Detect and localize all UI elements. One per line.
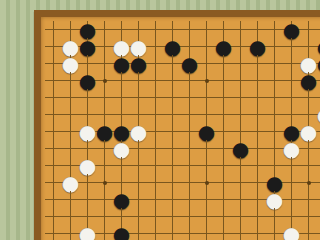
intersection-15-7[interactable]: ● bbox=[283, 123, 300, 140]
intersection-7-12[interactable] bbox=[147, 208, 164, 225]
intersection-2-8[interactable] bbox=[62, 140, 79, 157]
intersection-6-2[interactable]: ● bbox=[130, 38, 147, 55]
intersection-15-8[interactable]: ● bbox=[283, 140, 300, 157]
intersection-3-7[interactable]: ● bbox=[79, 123, 96, 140]
intersection-7-8[interactable] bbox=[147, 140, 164, 157]
intersection-8-13[interactable] bbox=[164, 225, 181, 240]
intersection-9-1[interactable] bbox=[181, 21, 198, 38]
intersection-7-9[interactable] bbox=[147, 157, 164, 174]
intersection-7-3[interactable] bbox=[147, 55, 164, 72]
intersection-14-5[interactable] bbox=[266, 89, 283, 106]
intersection-9-9[interactable] bbox=[181, 157, 198, 174]
intersection-3-9[interactable]: ● bbox=[79, 157, 96, 174]
intersection-8-7[interactable] bbox=[164, 123, 181, 140]
intersection-11-12[interactable] bbox=[215, 208, 232, 225]
intersection-4-13[interactable] bbox=[96, 225, 113, 240]
star-point bbox=[205, 79, 209, 83]
intersection-10-7[interactable]: ● bbox=[198, 123, 215, 140]
intersection-12-13[interactable] bbox=[232, 225, 249, 240]
intersection-1-8[interactable] bbox=[45, 140, 62, 157]
intersection-16-4[interactable]: ● bbox=[300, 72, 317, 89]
intersection-9-4[interactable] bbox=[181, 72, 198, 89]
white-stone: ● bbox=[300, 55, 317, 72]
intersection-4-10[interactable] bbox=[96, 174, 113, 191]
black-stone: ● bbox=[215, 38, 232, 55]
intersection-12-4[interactable] bbox=[232, 72, 249, 89]
intersection-13-2[interactable]: ● bbox=[249, 38, 266, 55]
star-point bbox=[103, 181, 107, 185]
intersection-5-13[interactable]: ● bbox=[113, 225, 130, 240]
intersection-14-11[interactable]: ● bbox=[266, 191, 283, 208]
intersection-14-6[interactable] bbox=[266, 106, 283, 123]
black-stone: ● bbox=[181, 55, 198, 72]
white-stone: ● bbox=[79, 157, 96, 174]
intersection-8-3[interactable] bbox=[164, 55, 181, 72]
intersection-5-7[interactable]: ● bbox=[113, 123, 130, 140]
intersection-13-9[interactable] bbox=[249, 157, 266, 174]
intersection-7-5[interactable] bbox=[147, 89, 164, 106]
intersection-6-13[interactable] bbox=[130, 225, 147, 240]
intersection-9-12[interactable] bbox=[181, 208, 198, 225]
intersection-2-6[interactable] bbox=[62, 106, 79, 123]
intersection-5-3[interactable]: ● bbox=[113, 55, 130, 72]
intersection-2-1[interactable] bbox=[62, 21, 79, 38]
intersection-9-2[interactable] bbox=[181, 38, 198, 55]
intersection-7-11[interactable] bbox=[147, 191, 164, 208]
intersection-16-3[interactable]: ● bbox=[300, 55, 317, 72]
intersection-12-5[interactable] bbox=[232, 89, 249, 106]
white-stone: ● bbox=[130, 123, 147, 140]
intersection-14-9[interactable] bbox=[266, 157, 283, 174]
intersection-11-8[interactable] bbox=[215, 140, 232, 157]
intersection-4-9[interactable] bbox=[96, 157, 113, 174]
intersection-5-12[interactable] bbox=[113, 208, 130, 225]
intersection-9-3[interactable]: ● bbox=[181, 55, 198, 72]
intersection-11-13[interactable] bbox=[215, 225, 232, 240]
intersection-16-5[interactable] bbox=[300, 89, 317, 106]
intersection-1-6[interactable] bbox=[45, 106, 62, 123]
black-stone: ● bbox=[130, 55, 147, 72]
intersection-10-2[interactable] bbox=[198, 38, 215, 55]
intersection-11-1[interactable] bbox=[215, 21, 232, 38]
intersection-1-4[interactable] bbox=[45, 72, 62, 89]
star-point bbox=[307, 181, 311, 185]
intersection-14-13[interactable] bbox=[266, 225, 283, 240]
intersection-12-10[interactable] bbox=[232, 174, 249, 191]
intersection-13-11[interactable] bbox=[249, 191, 266, 208]
intersection-1-11[interactable] bbox=[45, 191, 62, 208]
intersection-1-9[interactable] bbox=[45, 157, 62, 174]
intersection-11-9[interactable] bbox=[215, 157, 232, 174]
intersection-6-12[interactable] bbox=[130, 208, 147, 225]
black-stone: ● bbox=[96, 123, 113, 140]
intersection-1-13[interactable] bbox=[45, 225, 62, 240]
intersection-10-4[interactable] bbox=[198, 72, 215, 89]
go-board: ●●●●●●●●●●●●●●●●●●●●●●●●●●●●●●●●●●●●●●●●… bbox=[34, 10, 320, 240]
intersection-4-6[interactable] bbox=[96, 106, 113, 123]
intersection-15-5[interactable] bbox=[283, 89, 300, 106]
intersection-2-9[interactable] bbox=[62, 157, 79, 174]
intersection-16-6[interactable] bbox=[300, 106, 317, 123]
intersection-5-11[interactable]: ● bbox=[113, 191, 130, 208]
intersection-7-6[interactable] bbox=[147, 106, 164, 123]
intersection-16-12[interactable] bbox=[300, 208, 317, 225]
white-stone: ● bbox=[283, 225, 300, 240]
intersection-12-2[interactable] bbox=[232, 38, 249, 55]
intersection-11-10[interactable] bbox=[215, 174, 232, 191]
intersection-16-8[interactable] bbox=[300, 140, 317, 157]
intersection-16-11[interactable] bbox=[300, 191, 317, 208]
intersection-12-11[interactable] bbox=[232, 191, 249, 208]
intersection-1-1[interactable] bbox=[45, 21, 62, 38]
intersection-5-6[interactable] bbox=[113, 106, 130, 123]
intersection-3-11[interactable] bbox=[79, 191, 96, 208]
black-stone: ● bbox=[300, 72, 317, 89]
intersection-6-5[interactable] bbox=[130, 89, 147, 106]
white-stone: ● bbox=[113, 140, 130, 157]
intersection-16-7[interactable]: ● bbox=[300, 123, 317, 140]
intersection-14-7[interactable] bbox=[266, 123, 283, 140]
intersection-13-6[interactable] bbox=[249, 106, 266, 123]
intersection-2-11[interactable] bbox=[62, 191, 79, 208]
intersection-2-3[interactable]: ● bbox=[62, 55, 79, 72]
intersection-9-6[interactable] bbox=[181, 106, 198, 123]
intersection-4-12[interactable] bbox=[96, 208, 113, 225]
intersection-13-13[interactable] bbox=[249, 225, 266, 240]
intersection-10-1[interactable] bbox=[198, 21, 215, 38]
intersection-5-10[interactable] bbox=[113, 174, 130, 191]
intersection-7-13[interactable] bbox=[147, 225, 164, 240]
intersection-14-4[interactable] bbox=[266, 72, 283, 89]
intersection-13-10[interactable] bbox=[249, 174, 266, 191]
intersection-11-6[interactable] bbox=[215, 106, 232, 123]
intersection-15-4[interactable] bbox=[283, 72, 300, 89]
white-stone: ● bbox=[113, 38, 130, 55]
black-stone: ● bbox=[283, 21, 300, 38]
intersection-1-5[interactable] bbox=[45, 89, 62, 106]
intersection-3-5[interactable] bbox=[79, 89, 96, 106]
intersection-12-8[interactable]: ● bbox=[232, 140, 249, 157]
intersection-9-5[interactable] bbox=[181, 89, 198, 106]
intersection-12-12[interactable] bbox=[232, 208, 249, 225]
intersection-3-2[interactable]: ● bbox=[79, 38, 96, 55]
intersection-11-4[interactable] bbox=[215, 72, 232, 89]
white-stone: ● bbox=[283, 140, 300, 157]
intersection-10-10[interactable] bbox=[198, 174, 215, 191]
intersection-11-5[interactable] bbox=[215, 89, 232, 106]
white-stone: ● bbox=[130, 38, 147, 55]
intersection-6-9[interactable] bbox=[130, 157, 147, 174]
intersection-8-9[interactable] bbox=[164, 157, 181, 174]
intersection-8-11[interactable] bbox=[164, 191, 181, 208]
intersection-13-12[interactable] bbox=[249, 208, 266, 225]
intersection-6-4[interactable] bbox=[130, 72, 147, 89]
white-stone: ● bbox=[62, 174, 79, 191]
intersection-8-12[interactable] bbox=[164, 208, 181, 225]
intersection-14-10[interactable]: ● bbox=[266, 174, 283, 191]
intersection-13-4[interactable] bbox=[249, 72, 266, 89]
intersection-8-6[interactable] bbox=[164, 106, 181, 123]
intersection-3-3[interactable] bbox=[79, 55, 96, 72]
intersection-4-5[interactable] bbox=[96, 89, 113, 106]
white-stone: ● bbox=[300, 123, 317, 140]
intersection-2-10[interactable]: ● bbox=[62, 174, 79, 191]
intersection-8-2[interactable]: ● bbox=[164, 38, 181, 55]
intersection-7-7[interactable] bbox=[147, 123, 164, 140]
intersection-9-7[interactable] bbox=[181, 123, 198, 140]
black-stone: ● bbox=[283, 123, 300, 140]
intersection-3-8[interactable] bbox=[79, 140, 96, 157]
intersection-16-9[interactable] bbox=[300, 157, 317, 174]
intersection-5-2[interactable]: ● bbox=[113, 38, 130, 55]
intersection-15-10[interactable] bbox=[283, 174, 300, 191]
intersection-6-7[interactable]: ● bbox=[130, 123, 147, 140]
intersection-14-12[interactable] bbox=[266, 208, 283, 225]
intersection-8-5[interactable] bbox=[164, 89, 181, 106]
intersection-12-6[interactable] bbox=[232, 106, 249, 123]
intersection-10-11[interactable] bbox=[198, 191, 215, 208]
intersection-13-8[interactable] bbox=[249, 140, 266, 157]
intersection-10-6[interactable] bbox=[198, 106, 215, 123]
intersection-15-9[interactable] bbox=[283, 157, 300, 174]
goban-grid: ●●●●●●●●●●●●●●●●●●●●●●●●●●●●●●●●●●●●●●●●… bbox=[45, 21, 320, 240]
intersection-12-7[interactable] bbox=[232, 123, 249, 140]
intersection-4-4[interactable] bbox=[96, 72, 113, 89]
intersection-3-6[interactable] bbox=[79, 106, 96, 123]
black-stone: ● bbox=[249, 38, 266, 55]
intersection-15-6[interactable] bbox=[283, 106, 300, 123]
intersection-15-13[interactable]: ● bbox=[283, 225, 300, 240]
intersection-15-2[interactable] bbox=[283, 38, 300, 55]
intersection-14-1[interactable] bbox=[266, 21, 283, 38]
intersection-7-4[interactable] bbox=[147, 72, 164, 89]
white-stone: ● bbox=[62, 55, 79, 72]
intersection-6-11[interactable] bbox=[130, 191, 147, 208]
intersection-10-13[interactable] bbox=[198, 225, 215, 240]
intersection-15-11[interactable] bbox=[283, 191, 300, 208]
intersection-3-10[interactable] bbox=[79, 174, 96, 191]
intersection-6-3[interactable]: ● bbox=[130, 55, 147, 72]
intersection-14-2[interactable] bbox=[266, 38, 283, 55]
intersection-11-7[interactable] bbox=[215, 123, 232, 140]
black-stone: ● bbox=[113, 225, 130, 240]
black-stone: ● bbox=[113, 55, 130, 72]
intersection-1-12[interactable] bbox=[45, 208, 62, 225]
star-point bbox=[103, 79, 107, 83]
intersection-4-3[interactable] bbox=[96, 55, 113, 72]
intersection-10-5[interactable] bbox=[198, 89, 215, 106]
intersection-1-7[interactable] bbox=[45, 123, 62, 140]
intersection-5-5[interactable] bbox=[113, 89, 130, 106]
black-stone: ● bbox=[79, 21, 96, 38]
intersection-10-9[interactable] bbox=[198, 157, 215, 174]
intersection-14-8[interactable] bbox=[266, 140, 283, 157]
intersection-16-13[interactable] bbox=[300, 225, 317, 240]
intersection-9-13[interactable] bbox=[181, 225, 198, 240]
intersection-2-13[interactable] bbox=[62, 225, 79, 240]
intersection-10-12[interactable] bbox=[198, 208, 215, 225]
intersection-15-1[interactable]: ● bbox=[283, 21, 300, 38]
intersection-12-9[interactable] bbox=[232, 157, 249, 174]
black-stone: ● bbox=[198, 123, 215, 140]
intersection-2-4[interactable] bbox=[62, 72, 79, 89]
intersection-9-10[interactable] bbox=[181, 174, 198, 191]
white-stone: ● bbox=[62, 38, 79, 55]
intersection-1-10[interactable] bbox=[45, 174, 62, 191]
intersection-3-12[interactable] bbox=[79, 208, 96, 225]
intersection-5-8[interactable]: ● bbox=[113, 140, 130, 157]
intersection-1-2[interactable] bbox=[45, 38, 62, 55]
intersection-13-1[interactable] bbox=[249, 21, 266, 38]
intersection-5-4[interactable] bbox=[113, 72, 130, 89]
intersection-16-10[interactable] bbox=[300, 174, 317, 191]
intersection-8-4[interactable] bbox=[164, 72, 181, 89]
intersection-13-7[interactable] bbox=[249, 123, 266, 140]
black-stone: ● bbox=[79, 72, 96, 89]
intersection-10-3[interactable] bbox=[198, 55, 215, 72]
intersection-11-11[interactable] bbox=[215, 191, 232, 208]
intersection-15-12[interactable] bbox=[283, 208, 300, 225]
intersection-13-3[interactable] bbox=[249, 55, 266, 72]
intersection-4-11[interactable] bbox=[96, 191, 113, 208]
intersection-3-1[interactable]: ● bbox=[79, 21, 96, 38]
intersection-7-1[interactable] bbox=[147, 21, 164, 38]
black-stone: ● bbox=[113, 191, 130, 208]
intersection-2-7[interactable] bbox=[62, 123, 79, 140]
star-point bbox=[205, 181, 209, 185]
intersection-16-2[interactable] bbox=[300, 38, 317, 55]
intersection-7-10[interactable] bbox=[147, 174, 164, 191]
intersection-12-1[interactable] bbox=[232, 21, 249, 38]
white-stone: ● bbox=[266, 191, 283, 208]
white-stone: ● bbox=[79, 123, 96, 140]
intersection-6-1[interactable] bbox=[130, 21, 147, 38]
intersection-6-8[interactable] bbox=[130, 140, 147, 157]
intersection-7-2[interactable] bbox=[147, 38, 164, 55]
white-stone: ● bbox=[79, 225, 96, 240]
intersection-2-12[interactable] bbox=[62, 208, 79, 225]
intersection-8-10[interactable] bbox=[164, 174, 181, 191]
intersection-9-11[interactable] bbox=[181, 191, 198, 208]
black-stone: ● bbox=[79, 38, 96, 55]
intersection-15-3[interactable] bbox=[283, 55, 300, 72]
intersection-2-5[interactable] bbox=[62, 89, 79, 106]
black-stone: ● bbox=[232, 140, 249, 157]
intersection-13-5[interactable] bbox=[249, 89, 266, 106]
intersection-8-1[interactable] bbox=[164, 21, 181, 38]
intersection-11-2[interactable]: ● bbox=[215, 38, 232, 55]
intersection-9-8[interactable] bbox=[181, 140, 198, 157]
intersection-8-8[interactable] bbox=[164, 140, 181, 157]
intersection-14-3[interactable] bbox=[266, 55, 283, 72]
intersection-4-2[interactable] bbox=[96, 38, 113, 55]
black-stone: ● bbox=[113, 123, 130, 140]
intersection-3-13[interactable]: ● bbox=[79, 225, 96, 240]
intersection-3-4[interactable]: ● bbox=[79, 72, 96, 89]
intersection-11-3[interactable] bbox=[215, 55, 232, 72]
intersection-6-6[interactable] bbox=[130, 106, 147, 123]
intersection-1-3[interactable] bbox=[45, 55, 62, 72]
intersection-4-7[interactable]: ● bbox=[96, 123, 113, 140]
intersection-4-1[interactable] bbox=[96, 21, 113, 38]
intersection-4-8[interactable] bbox=[96, 140, 113, 157]
intersection-5-9[interactable] bbox=[113, 157, 130, 174]
intersection-6-10[interactable] bbox=[130, 174, 147, 191]
star-point bbox=[307, 79, 311, 83]
black-stone: ● bbox=[164, 38, 181, 55]
black-stone: ● bbox=[266, 174, 283, 191]
intersection-2-2[interactable]: ● bbox=[62, 38, 79, 55]
intersection-12-3[interactable] bbox=[232, 55, 249, 72]
intersection-5-1[interactable] bbox=[113, 21, 130, 38]
intersection-16-1[interactable] bbox=[300, 21, 317, 38]
intersection-10-8[interactable] bbox=[198, 140, 215, 157]
